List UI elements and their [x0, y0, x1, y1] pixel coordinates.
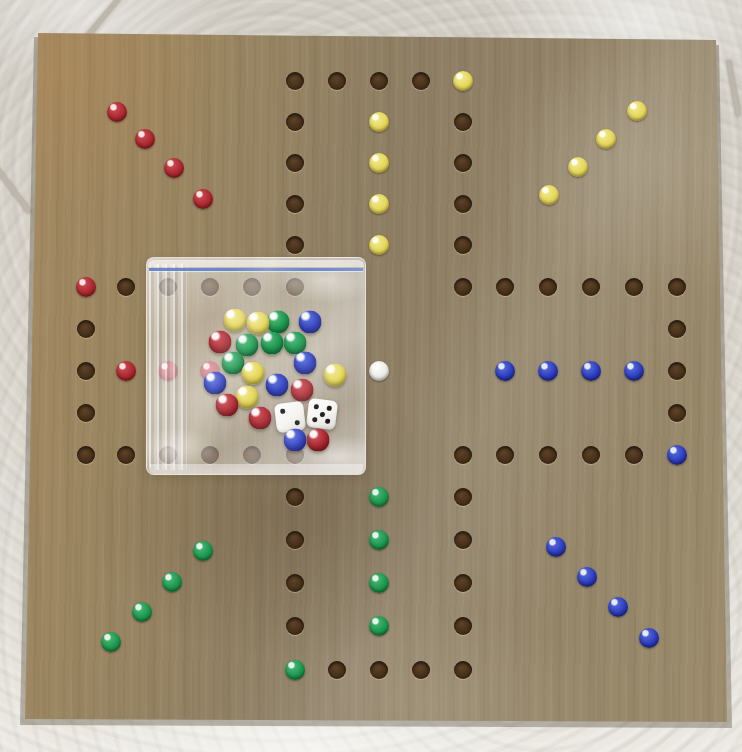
- grout-line: [726, 60, 741, 116]
- board-hole-yellow-home[interactable]: [369, 235, 389, 255]
- board-hole-blue-start[interactable]: [608, 597, 628, 617]
- board-hole-green-home[interactable]: [369, 487, 389, 507]
- board-hole-blue-home[interactable]: [581, 361, 601, 381]
- board-hole[interactable]: [286, 195, 304, 213]
- board-hole[interactable]: [412, 661, 430, 679]
- board-hole-yellow-start[interactable]: [596, 129, 616, 149]
- board-hole[interactable]: [77, 404, 95, 422]
- board-hole[interactable]: [454, 574, 472, 592]
- die-pip: [319, 411, 325, 417]
- marble-red[interactable]: [209, 331, 232, 354]
- marble-red[interactable]: [249, 407, 272, 430]
- marble-blue[interactable]: [299, 311, 322, 334]
- board-hole[interactable]: [77, 320, 95, 338]
- board-hole-red-track-corner[interactable]: [76, 277, 96, 297]
- marble-blue[interactable]: [284, 429, 307, 452]
- board-hole-white-center[interactable]: [369, 361, 389, 381]
- marble-blue[interactable]: [294, 352, 317, 375]
- board-hole[interactable]: [454, 488, 472, 506]
- board-hole-green-start[interactable]: [101, 632, 121, 652]
- board-hole[interactable]: [668, 404, 686, 422]
- bag-pleats: [149, 264, 187, 470]
- board-hole-green-home[interactable]: [369, 530, 389, 550]
- marble-yellow[interactable]: [236, 386, 259, 409]
- board-hole-yellow-home[interactable]: [369, 112, 389, 132]
- board-hole-yellow-start[interactable]: [627, 101, 647, 121]
- board-hole[interactable]: [370, 661, 388, 679]
- board-hole[interactable]: [454, 617, 472, 635]
- board-hole[interactable]: [454, 661, 472, 679]
- board-hole-green-track-corner[interactable]: [285, 660, 305, 680]
- board-hole-red-start[interactable]: [135, 129, 155, 149]
- board-hole-yellow-track-corner[interactable]: [453, 71, 473, 91]
- board-hole[interactable]: [328, 72, 346, 90]
- marble-blue[interactable]: [266, 374, 289, 397]
- marble-yellow[interactable]: [247, 312, 270, 335]
- die-pip: [312, 417, 318, 423]
- die-pip: [327, 405, 333, 411]
- marble-red[interactable]: [291, 379, 314, 402]
- board-hole[interactable]: [454, 113, 472, 131]
- board-hole-yellow-start[interactable]: [568, 157, 588, 177]
- board-hole[interactable]: [454, 278, 472, 296]
- board-hole[interactable]: [454, 446, 472, 464]
- board-hole[interactable]: [412, 72, 430, 90]
- die-pip: [280, 408, 286, 414]
- board-hole[interactable]: [625, 278, 643, 296]
- board-hole[interactable]: [286, 113, 304, 131]
- marble-green[interactable]: [261, 332, 284, 355]
- board-hole-yellow-home[interactable]: [369, 153, 389, 173]
- board-hole[interactable]: [370, 72, 388, 90]
- board-hole-green-home[interactable]: [369, 573, 389, 593]
- bag-top-edge: [148, 260, 364, 267]
- board-hole[interactable]: [454, 195, 472, 213]
- board-hole[interactable]: [539, 278, 557, 296]
- board-hole-blue-start[interactable]: [577, 567, 597, 587]
- board-hole[interactable]: [286, 617, 304, 635]
- bag-zip-seal: [149, 268, 363, 271]
- board-hole[interactable]: [668, 362, 686, 380]
- board-hole-red-home[interactable]: [116, 361, 136, 381]
- board-hole-yellow-start[interactable]: [539, 185, 559, 205]
- board-hole[interactable]: [286, 574, 304, 592]
- board-hole[interactable]: [454, 531, 472, 549]
- board-hole[interactable]: [582, 446, 600, 464]
- board-hole-yellow-home[interactable]: [369, 194, 389, 214]
- board-hole[interactable]: [286, 488, 304, 506]
- board-hole[interactable]: [582, 278, 600, 296]
- board-hole-red-start[interactable]: [164, 158, 184, 178]
- board-hole-blue-home[interactable]: [624, 361, 644, 381]
- board-hole[interactable]: [668, 278, 686, 296]
- board-hole-green-start[interactable]: [162, 572, 182, 592]
- board-hole[interactable]: [668, 320, 686, 338]
- bag-bottom-crinkle: [149, 464, 363, 474]
- board-hole[interactable]: [328, 661, 346, 679]
- board-hole-blue-track-corner[interactable]: [667, 445, 687, 465]
- board-hole[interactable]: [496, 278, 514, 296]
- die-pip: [325, 419, 331, 425]
- die-pip: [313, 404, 319, 410]
- board-hole[interactable]: [77, 446, 95, 464]
- board-hole[interactable]: [496, 446, 514, 464]
- board-hole[interactable]: [454, 236, 472, 254]
- board-hole[interactable]: [286, 72, 304, 90]
- marble-yellow[interactable]: [324, 364, 347, 387]
- board-hole-blue-home[interactable]: [538, 361, 558, 381]
- board-hole[interactable]: [454, 154, 472, 172]
- board-hole-green-start[interactable]: [132, 602, 152, 622]
- board-hole[interactable]: [117, 278, 135, 296]
- board-hole[interactable]: [286, 236, 304, 254]
- board-hole[interactable]: [286, 154, 304, 172]
- marble-green[interactable]: [267, 311, 290, 334]
- board-hole-red-start[interactable]: [107, 102, 127, 122]
- marble-yellow[interactable]: [242, 362, 265, 385]
- marble-blue[interactable]: [204, 372, 227, 395]
- die-showing-5[interactable]: [306, 398, 338, 430]
- board-hole-blue-start[interactable]: [546, 537, 566, 557]
- board-hole[interactable]: [77, 362, 95, 380]
- marble-red[interactable]: [216, 394, 239, 417]
- marble-red[interactable]: [307, 429, 330, 452]
- board-hole-green-home[interactable]: [369, 616, 389, 636]
- die-pip: [295, 420, 301, 426]
- board-hole[interactable]: [286, 531, 304, 549]
- board-hole-red-start[interactable]: [193, 189, 213, 209]
- board-hole[interactable]: [625, 446, 643, 464]
- marble-yellow[interactable]: [224, 309, 247, 332]
- board-hole-blue-home[interactable]: [495, 361, 515, 381]
- grout-line: [0, 154, 32, 215]
- board-hole-green-start[interactable]: [193, 541, 213, 561]
- board-hole-blue-start[interactable]: [639, 628, 659, 648]
- board-hole[interactable]: [117, 446, 135, 464]
- board-hole[interactable]: [539, 446, 557, 464]
- aggravation-board-photo: [0, 0, 742, 752]
